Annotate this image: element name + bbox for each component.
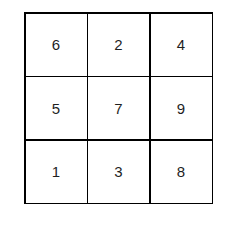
cell-r1c3: 4 (151, 14, 212, 76)
cell-r3c3: 8 (151, 141, 212, 203)
cell-r2c1: 5 (26, 77, 87, 139)
cell-r1c1: 6 (26, 14, 87, 76)
cell-r3c2: 3 (88, 141, 149, 203)
cell-r3c1: 1 (26, 141, 87, 203)
cell-r1c2: 2 (88, 14, 149, 76)
cell-r2c3: 9 (151, 77, 212, 139)
cell-r2c2: 7 (88, 77, 149, 139)
number-grid-board: 6 2 4 5 7 9 1 3 8 (24, 12, 213, 204)
